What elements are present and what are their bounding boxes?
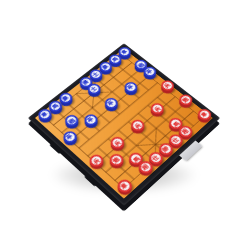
piece-character: 卒 bbox=[65, 134, 73, 141]
piece-character: 車 bbox=[40, 111, 48, 118]
piece-character: 將 bbox=[81, 79, 89, 85]
piece-character: 卒 bbox=[127, 84, 135, 90]
piece-character: 兵 bbox=[92, 157, 101, 164]
piece-character: 兵 bbox=[133, 122, 141, 129]
piece-character: 炮 bbox=[181, 97, 189, 104]
piece-character: 卒 bbox=[86, 117, 94, 124]
piece-character: 兵 bbox=[163, 82, 171, 88]
piece-character: 炮 bbox=[112, 156, 121, 163]
piece-red-soldier[interactable]: 兵 bbox=[128, 121, 147, 137]
piece-red-cannon[interactable]: 炮 bbox=[106, 155, 125, 172]
piece-character: 車 bbox=[200, 111, 208, 118]
piece-red-chariot[interactable]: 車 bbox=[114, 180, 134, 198]
piece-character: 象 bbox=[101, 64, 109, 70]
piece-character: 相 bbox=[141, 163, 150, 171]
piece-blue-cannon[interactable]: 砲 bbox=[63, 117, 82, 133]
piece-character: 仕 bbox=[151, 154, 159, 161]
product-photo: 車馬象將士象馬車士砲砲卒卒卒卒卒兵兵兵兵兵炮炮馬馬車相仕帥仕相車 bbox=[0, 0, 230, 230]
piece-character: 卒 bbox=[107, 100, 115, 107]
piece-character: 士 bbox=[90, 86, 98, 92]
piece-character: 兵 bbox=[113, 139, 121, 146]
piece-character: 砲 bbox=[137, 62, 145, 68]
piece-red-soldier[interactable]: 兵 bbox=[87, 156, 106, 173]
piece-top: 兵 bbox=[86, 153, 105, 170]
piece-character: 帥 bbox=[161, 145, 169, 152]
piece-character: 車 bbox=[120, 182, 129, 190]
piece-character: 卒 bbox=[146, 69, 154, 75]
piece-blue-soldier[interactable]: 卒 bbox=[121, 84, 139, 99]
piece-character: 馬 bbox=[51, 103, 59, 110]
piece-character: 仕 bbox=[171, 137, 179, 144]
piece-top: 卒 bbox=[60, 129, 79, 145]
piece-red-soldier[interactable]: 兵 bbox=[148, 105, 166, 120]
piece-character: 相 bbox=[181, 128, 189, 135]
piece-red-chariot[interactable]: 車 bbox=[194, 110, 212, 125]
piece-character: 兵 bbox=[153, 106, 161, 113]
piece-blue-soldier[interactable]: 卒 bbox=[140, 69, 158, 83]
piece-red-elephant[interactable]: 相 bbox=[135, 162, 154, 179]
piece-red-cannon[interactable]: 炮 bbox=[176, 96, 194, 111]
piece-character: 馬 bbox=[111, 56, 119, 62]
piece-character: 士 bbox=[91, 71, 99, 77]
piece-character: 車 bbox=[120, 49, 128, 55]
piece-character: 馬 bbox=[131, 155, 139, 162]
piece-red-soldier[interactable]: 兵 bbox=[108, 138, 127, 154]
piece-character: 象 bbox=[61, 95, 69, 102]
piece-blue-soldier[interactable]: 卒 bbox=[61, 133, 80, 149]
piece-character: 馬 bbox=[171, 120, 179, 127]
piece-blue-soldier[interactable]: 卒 bbox=[82, 116, 100, 132]
piece-character: 砲 bbox=[67, 118, 75, 125]
